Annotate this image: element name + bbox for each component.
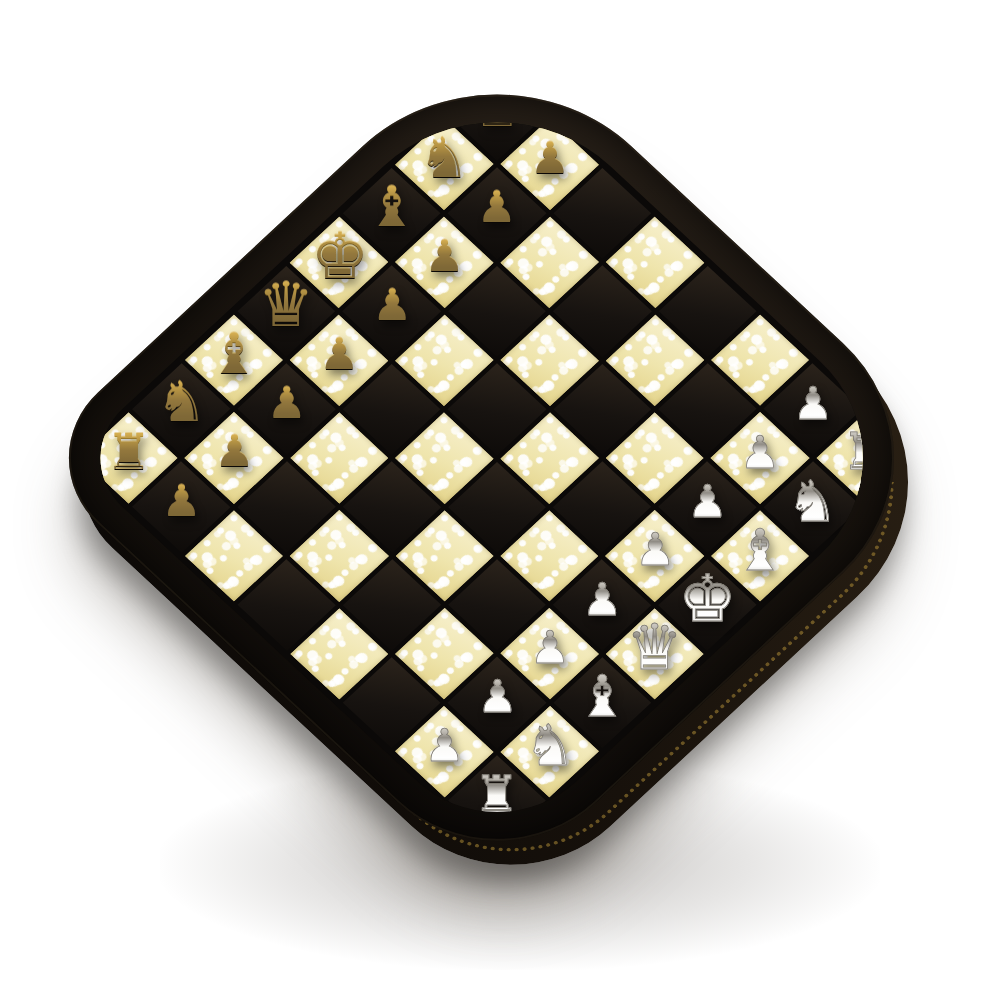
piece-white-pawn: ♟: [477, 674, 517, 719]
piece-white-pawn: ♟: [792, 381, 832, 426]
piece-black-pawn: ♟: [319, 332, 359, 377]
piece-white-pawn: ♟: [635, 527, 675, 572]
piece-black-pawn: ♟: [477, 185, 517, 230]
piece-black-queen: ♛: [258, 274, 314, 337]
piece-black-rook: ♜: [474, 84, 520, 135]
piece-black-rook: ♜: [106, 426, 152, 477]
piece-white-rook: ♜: [474, 769, 520, 820]
piece-black-king: ♚: [310, 224, 368, 289]
piece-black-pawn: ♟: [214, 429, 254, 474]
piece-white-knight: ♞: [787, 472, 838, 529]
piece-black-pawn: ♟: [529, 136, 569, 181]
piece-black-knight: ♞: [156, 375, 207, 432]
piece-black-pawn: ♟: [161, 478, 201, 523]
piece-black-knight: ♞: [419, 130, 470, 187]
chess-board: ♜♟♟♜♞♟♟♞♝♟♟♝♚♟♟♚♛♟♟♛♝♟♟♝♞♟♟♞♜♟♟♜: [70, 61, 924, 855]
piece-black-pawn: ♟: [372, 283, 412, 328]
piece-white-king: ♚: [678, 566, 736, 631]
piece-white-pawn: ♟: [582, 576, 622, 621]
piece-white-knight: ♞: [524, 717, 575, 774]
piece-white-bishop: ♝: [734, 521, 785, 578]
piece-black-pawn: ♟: [424, 234, 464, 279]
piece-white-bishop: ♝: [577, 668, 628, 725]
piece-white-pawn: ♟: [529, 625, 569, 670]
piece-white-pawn: ♟: [740, 429, 780, 474]
piece-black-bishop: ♝: [208, 326, 259, 383]
piece-white-rook: ♜: [842, 426, 888, 477]
piece-black-bishop: ♝: [366, 179, 417, 236]
piece-white-pawn: ♟: [424, 723, 464, 768]
scene: ♜♟♟♜♞♟♟♞♝♟♟♝♚♟♟♚♛♟♟♛♝♟♟♝♞♟♟♞♜♟♟♜: [0, 0, 1000, 1000]
piece-black-pawn: ♟: [266, 381, 306, 426]
piece-white-pawn: ♟: [687, 478, 727, 523]
piece-white-queen: ♛: [627, 616, 683, 679]
